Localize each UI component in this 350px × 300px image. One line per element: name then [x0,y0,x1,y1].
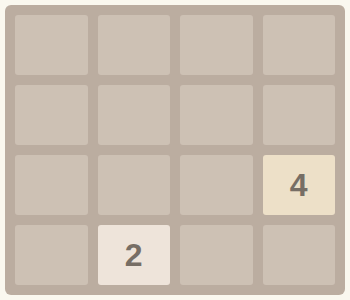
empty-cell [263,225,336,285]
game-board-2048[interactable]: 42 [5,5,345,295]
tile-2: 2 [98,225,171,285]
empty-cell [15,15,88,75]
empty-cell [180,15,253,75]
tile-4: 4 [263,155,336,215]
empty-cell [98,15,171,75]
empty-cell [180,155,253,215]
empty-cell [263,15,336,75]
empty-cell [180,85,253,145]
empty-cell [98,85,171,145]
empty-cell [263,85,336,145]
empty-cell [15,155,88,215]
empty-cell [15,85,88,145]
empty-cell [98,155,171,215]
empty-cell [15,225,88,285]
empty-cell [180,225,253,285]
